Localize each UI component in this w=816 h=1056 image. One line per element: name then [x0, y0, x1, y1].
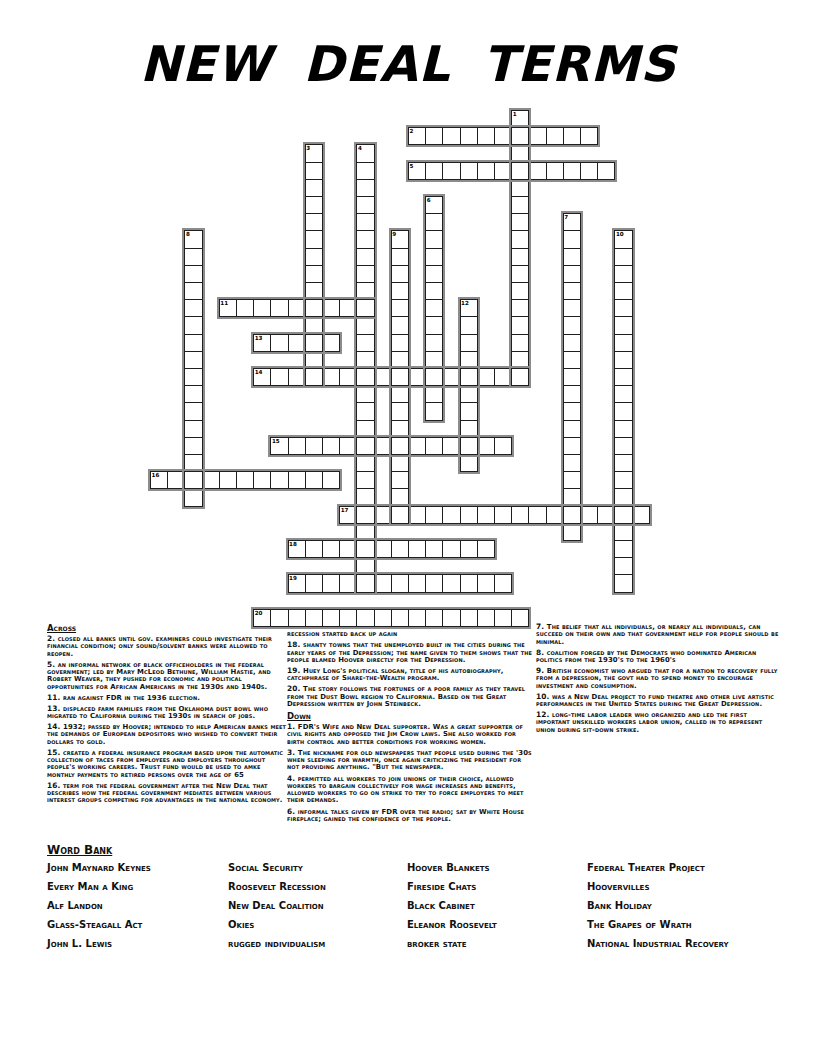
grid-cell[interactable] — [511, 368, 529, 386]
grid-cell[interactable] — [305, 196, 323, 214]
grid-cell[interactable] — [391, 316, 409, 334]
grid-cell[interactable] — [408, 506, 426, 524]
grid-cell[interactable] — [425, 265, 443, 283]
grid-cell[interactable] — [460, 609, 478, 627]
grid-cell[interactable] — [391, 334, 409, 352]
grid-cell[interactable] — [546, 127, 564, 145]
grid-cell[interactable] — [305, 368, 323, 386]
grid-cell[interactable] — [408, 609, 426, 627]
grid-cell[interactable] — [425, 385, 443, 403]
grid-cell[interactable] — [563, 230, 581, 248]
grid-cell[interactable] — [391, 506, 409, 524]
grid-cell[interactable] — [305, 282, 323, 300]
grid-cell[interactable] — [305, 299, 323, 317]
grid-cell[interactable] — [356, 265, 374, 283]
grid-cell[interactable] — [356, 230, 374, 248]
clue-text: coalition forged by the Democrats who do… — [536, 649, 756, 664]
grid-cell[interactable] — [563, 351, 581, 369]
grid-cell[interactable] — [253, 299, 271, 317]
grid-cell[interactable] — [563, 127, 581, 145]
word-bank-item: Okies — [228, 915, 326, 934]
clue-down-10: 10. was a New Deal project to fund theat… — [536, 693, 782, 709]
grid-cell[interactable] — [460, 299, 478, 317]
grid-cell[interactable] — [597, 506, 615, 524]
grid-cell[interactable] — [425, 196, 443, 214]
grid-cell[interactable] — [322, 471, 340, 489]
grid-cell[interactable] — [374, 574, 392, 592]
grid-cell[interactable] — [356, 540, 374, 558]
grid-cell[interactable] — [442, 540, 460, 558]
grid-cell[interactable] — [184, 265, 202, 283]
grid-cell[interactable] — [408, 437, 426, 455]
grid-cell[interactable] — [202, 471, 220, 489]
grid-cell[interactable] — [460, 420, 478, 438]
grid-cell[interactable] — [477, 127, 495, 145]
grid-cell[interactable] — [305, 213, 323, 231]
grid-cell[interactable] — [477, 506, 495, 524]
clue-across-11: 11. ran against FDR in the 1936 election… — [47, 694, 287, 702]
grid-cell[interactable] — [563, 248, 581, 266]
grid-cell[interactable] — [374, 609, 392, 627]
grid-cell[interactable] — [425, 282, 443, 300]
grid-cell[interactable] — [563, 385, 581, 403]
grid-cell[interactable] — [511, 127, 529, 145]
grid-cell[interactable] — [614, 574, 632, 592]
grid-cell[interactable] — [270, 609, 288, 627]
word-bank-column-1: John Maynard KeynesEvery Man a KingAlf L… — [47, 858, 151, 953]
grid-cell[interactable] — [614, 368, 632, 386]
grid-cell[interactable] — [563, 282, 581, 300]
grid-cell[interactable] — [339, 609, 357, 627]
grid-cell[interactable] — [184, 351, 202, 369]
grid-cell[interactable] — [270, 471, 288, 489]
grid-cell[interactable] — [356, 162, 374, 180]
grid-cell[interactable] — [391, 385, 409, 403]
grid-cell[interactable] — [614, 471, 632, 489]
grid-cell[interactable] — [270, 368, 288, 386]
grid-cell[interactable] — [614, 488, 632, 506]
grid-cell[interactable] — [305, 179, 323, 197]
grid-cell[interactable] — [305, 230, 323, 248]
grid-cell[interactable] — [339, 540, 357, 558]
grid-cell[interactable] — [305, 437, 323, 455]
grid-cell[interactable] — [477, 437, 495, 455]
grid-cell[interactable] — [563, 506, 581, 524]
word-bank-column-4: Federal Theater ProjectHoovervillesBank … — [587, 858, 729, 953]
grid-cell[interactable] — [477, 368, 495, 386]
grid-cell[interactable] — [322, 437, 340, 455]
grid-cell[interactable] — [442, 609, 460, 627]
grid-cell[interactable] — [219, 299, 237, 317]
grid-cell[interactable] — [460, 385, 478, 403]
grid-cell[interactable] — [391, 471, 409, 489]
grid-cell[interactable] — [632, 506, 650, 524]
grid-cell[interactable] — [322, 609, 340, 627]
clue-down-7: 7. The belief that all individuals, or n… — [536, 623, 782, 646]
grid-cell[interactable] — [511, 179, 529, 197]
grid-cell[interactable] — [597, 162, 615, 180]
grid-cell[interactable] — [374, 540, 392, 558]
grid-cell[interactable] — [339, 506, 357, 524]
grid-cell[interactable] — [374, 437, 392, 455]
grid-cell[interactable] — [288, 368, 306, 386]
word-bank-item: Bank Holiday — [587, 896, 729, 915]
grid-cell[interactable] — [563, 523, 581, 541]
grid-cell[interactable] — [494, 368, 512, 386]
grid-cell[interactable] — [356, 248, 374, 266]
grid-cell[interactable] — [460, 368, 478, 386]
grid-cell[interactable] — [425, 299, 443, 317]
grid-cell[interactable] — [425, 540, 443, 558]
word-bank-item: Eleanor Roosevelt — [407, 915, 497, 934]
clue-text: informal talks given by FDR over the rad… — [287, 808, 524, 823]
grid-cell[interactable] — [425, 334, 443, 352]
grid-cell[interactable] — [374, 368, 392, 386]
grid-cell[interactable] — [477, 162, 495, 180]
grid-cell[interactable] — [356, 420, 374, 438]
grid-cell[interactable] — [580, 162, 598, 180]
grid-cell[interactable] — [425, 351, 443, 369]
grid-cell[interactable] — [184, 454, 202, 472]
grid-cell[interactable] — [425, 248, 443, 266]
grid-cell[interactable] — [511, 230, 529, 248]
clue-text: British economist who argued that for a … — [536, 667, 777, 690]
grid-cell[interactable] — [305, 162, 323, 180]
grid-cell[interactable] — [442, 437, 460, 455]
grid-cell[interactable] — [460, 162, 478, 180]
grid-cell[interactable] — [305, 144, 323, 162]
grid-cell[interactable] — [356, 196, 374, 214]
grid-cell[interactable] — [305, 540, 323, 558]
grid-cell[interactable] — [460, 402, 478, 420]
grid-cell[interactable] — [511, 265, 529, 283]
grid-cell[interactable] — [305, 471, 323, 489]
grid-cell[interactable] — [391, 265, 409, 283]
grid-cell[interactable] — [219, 471, 237, 489]
grid-cell[interactable] — [511, 609, 529, 627]
grid-cell[interactable] — [391, 454, 409, 472]
grid-cell[interactable] — [184, 282, 202, 300]
grid-cell[interactable] — [305, 574, 323, 592]
grid-cell[interactable] — [425, 402, 443, 420]
grid-cell[interactable] — [442, 574, 460, 592]
grid-cell[interactable] — [528, 506, 546, 524]
grid-cell[interactable] — [614, 506, 632, 524]
grid-cell[interactable] — [184, 230, 202, 248]
grid-cell[interactable] — [356, 454, 374, 472]
grid-cell[interactable] — [288, 540, 306, 558]
word-bank-item: Black Cabinet — [407, 896, 497, 915]
grid-cell[interactable] — [391, 574, 409, 592]
grid-cell[interactable] — [356, 316, 374, 334]
grid-cell[interactable] — [563, 334, 581, 352]
grid-cell[interactable] — [614, 265, 632, 283]
grid-cell[interactable] — [460, 316, 478, 334]
grid-cell[interactable] — [614, 248, 632, 266]
grid-cell[interactable] — [322, 334, 340, 352]
grid-cell[interactable] — [511, 162, 529, 180]
grid-cell[interactable] — [460, 437, 478, 455]
word-bank-item: Glass-Steagall Act — [47, 915, 151, 934]
grid-cell[interactable] — [494, 127, 512, 145]
grid-cell[interactable] — [288, 471, 306, 489]
grid-cell[interactable] — [356, 144, 374, 162]
grid-cell[interactable] — [391, 248, 409, 266]
grid-cell[interactable] — [563, 437, 581, 455]
grid-cell[interactable] — [305, 334, 323, 352]
grid-cell[interactable] — [339, 368, 357, 386]
grid-cell[interactable] — [391, 540, 409, 558]
grid-cell[interactable] — [184, 299, 202, 317]
grid-cell[interactable] — [614, 334, 632, 352]
grid-cell[interactable] — [614, 299, 632, 317]
grid-cell[interactable] — [425, 506, 443, 524]
grid-cell[interactable] — [408, 162, 426, 180]
grid-cell[interactable] — [270, 437, 288, 455]
grid-cell[interactable] — [391, 368, 409, 386]
across-header: Across — [47, 623, 287, 633]
grid-cell[interactable] — [511, 299, 529, 317]
grid-cell[interactable] — [184, 248, 202, 266]
clue-across-16: 16. term for the federal government afte… — [47, 782, 287, 805]
grid-cell[interactable] — [305, 316, 323, 334]
grid-cell[interactable] — [184, 437, 202, 455]
grid-cell[interactable] — [391, 299, 409, 317]
grid-cell[interactable] — [442, 368, 460, 386]
grid-cell[interactable] — [391, 437, 409, 455]
grid-cell[interactable] — [167, 471, 185, 489]
grid-cell[interactable] — [546, 162, 564, 180]
grid-cell[interactable] — [528, 162, 546, 180]
grid-cell[interactable] — [614, 230, 632, 248]
clue-down-9: 9. British economist who argued that for… — [536, 667, 782, 690]
grid-cell[interactable] — [460, 127, 478, 145]
grid-cell[interactable] — [391, 488, 409, 506]
grid-cell[interactable] — [494, 574, 512, 592]
grid-cell[interactable] — [614, 316, 632, 334]
clue-text: was a New Deal project to fund theatre a… — [536, 693, 774, 708]
clues-column-3: 7. The belief that all individuals, or n… — [536, 623, 782, 737]
grid-cell[interactable] — [356, 437, 374, 455]
grid-cell[interactable] — [460, 454, 478, 472]
grid-cell[interactable] — [511, 282, 529, 300]
grid-cell[interactable] — [425, 368, 443, 386]
grid-cell[interactable] — [391, 609, 409, 627]
grid-cell[interactable] — [511, 316, 529, 334]
clues-column-2: 17. when FDR started to take away some o… — [287, 623, 535, 826]
grid-cell[interactable] — [425, 230, 443, 248]
grid-cell[interactable] — [356, 385, 374, 403]
grid-cell[interactable] — [356, 299, 374, 317]
grid-cell[interactable] — [477, 540, 495, 558]
grid-cell[interactable] — [511, 110, 529, 128]
grid-cell[interactable] — [184, 334, 202, 352]
grid-cell[interactable] — [614, 402, 632, 420]
grid-cell[interactable] — [563, 420, 581, 438]
grid-cell[interactable] — [563, 368, 581, 386]
grid-cell[interactable] — [460, 334, 478, 352]
word-bank-item: Every Man a King — [47, 877, 151, 896]
grid-cell[interactable] — [356, 282, 374, 300]
grid-cell[interactable] — [236, 471, 254, 489]
grid-cell[interactable] — [614, 557, 632, 575]
grid-cell[interactable] — [425, 127, 443, 145]
grid-cell[interactable] — [408, 574, 426, 592]
grid-cell[interactable] — [391, 420, 409, 438]
grid-cell[interactable] — [322, 299, 340, 317]
grid-cell[interactable] — [288, 574, 306, 592]
grid-cell[interactable] — [614, 420, 632, 438]
grid-cell[interactable] — [563, 316, 581, 334]
grid-cell[interactable] — [425, 213, 443, 231]
grid-cell[interactable] — [460, 351, 478, 369]
down-header: Down — [287, 711, 535, 721]
grid-cell[interactable] — [425, 574, 443, 592]
grid-cell[interactable] — [425, 609, 443, 627]
clue-across-20: 20. The story follows the fortunes of a … — [287, 685, 535, 708]
clue-text: closed all banks until gov. examiners co… — [47, 635, 272, 658]
grid-cell[interactable] — [288, 609, 306, 627]
grid-cell[interactable] — [322, 368, 340, 386]
grid-cell[interactable] — [356, 574, 374, 592]
word-bank-column-3: Hoover BlanketsFireside ChatsBlack Cabin… — [407, 858, 497, 953]
grid-cell[interactable] — [460, 574, 478, 592]
grid-cell[interactable] — [442, 127, 460, 145]
grid-cell[interactable] — [528, 127, 546, 145]
grid-cell[interactable] — [408, 540, 426, 558]
grid-cell[interactable] — [236, 299, 254, 317]
grid-cell[interactable] — [150, 471, 168, 489]
clue-down-6: 6. informal talks given by FDR over the … — [287, 808, 535, 824]
grid-cell[interactable] — [563, 488, 581, 506]
grid-cell[interactable] — [546, 506, 564, 524]
grid-cell[interactable] — [511, 506, 529, 524]
grid-cell[interactable] — [356, 506, 374, 524]
grid-cell[interactable] — [184, 368, 202, 386]
grid-cell[interactable] — [442, 162, 460, 180]
grid-cell[interactable] — [356, 471, 374, 489]
grid-cell[interactable] — [339, 437, 357, 455]
grid-cell[interactable] — [184, 385, 202, 403]
grid-cell[interactable] — [494, 609, 512, 627]
grid-cell[interactable] — [184, 420, 202, 438]
grid-cell[interactable] — [391, 351, 409, 369]
grid-cell[interactable] — [511, 248, 529, 266]
grid-cell[interactable] — [356, 488, 374, 506]
grid-cell[interactable] — [460, 540, 478, 558]
grid-cell[interactable] — [614, 351, 632, 369]
grid-cell[interactable] — [305, 248, 323, 266]
grid-cell[interactable] — [253, 471, 271, 489]
grid-cell[interactable] — [253, 334, 271, 352]
grid-cell[interactable] — [356, 402, 374, 420]
grid-cell[interactable] — [477, 574, 495, 592]
grid-cell[interactable] — [270, 334, 288, 352]
grid-cell[interactable] — [184, 402, 202, 420]
clue-text: shanty towns that the unemployed built i… — [287, 641, 532, 664]
grid-cell[interactable] — [494, 162, 512, 180]
grid-cell[interactable] — [356, 557, 374, 575]
clue-across-5: 5. an informal network of black officeho… — [47, 661, 287, 691]
grid-cell[interactable] — [339, 299, 357, 317]
grid-cell[interactable] — [408, 368, 426, 386]
grid-cell[interactable] — [356, 334, 374, 352]
clue-down-4: 4. permitted all workers to join unions … — [287, 775, 535, 805]
grid-cell[interactable] — [460, 506, 478, 524]
clue-across-2: 2. closed all banks until gov. examiners… — [47, 635, 287, 658]
grid-cell[interactable] — [477, 609, 495, 627]
grid-cell[interactable] — [253, 609, 271, 627]
grid-cell[interactable] — [614, 282, 632, 300]
grid-cell[interactable] — [184, 488, 202, 506]
grid-cell[interactable] — [184, 471, 202, 489]
grid-cell[interactable] — [511, 196, 529, 214]
grid-cell[interactable] — [614, 437, 632, 455]
grid-cell[interactable] — [288, 334, 306, 352]
grid-cell[interactable] — [494, 506, 512, 524]
grid-cell[interactable] — [442, 506, 460, 524]
grid-cell[interactable] — [614, 523, 632, 541]
grid-cell[interactable] — [614, 540, 632, 558]
grid-cell[interactable] — [563, 471, 581, 489]
grid-cell[interactable] — [356, 179, 374, 197]
grid-cell[interactable] — [511, 351, 529, 369]
grid-cell[interactable] — [425, 316, 443, 334]
clue-down-8: 8. coalition forged by the Democrats who… — [536, 649, 782, 665]
grid-cell[interactable] — [305, 609, 323, 627]
grid-cell[interactable] — [356, 213, 374, 231]
grid-cell[interactable] — [563, 162, 581, 180]
grid-cell[interactable] — [305, 351, 323, 369]
grid-cell[interactable] — [563, 299, 581, 317]
grid-cell[interactable] — [563, 454, 581, 472]
grid-cell[interactable] — [425, 162, 443, 180]
grid-cell[interactable] — [494, 437, 512, 455]
grid-cell[interactable] — [511, 213, 529, 231]
grid-cell[interactable] — [184, 316, 202, 334]
grid-cell[interactable] — [580, 127, 598, 145]
grid-cell[interactable] — [511, 334, 529, 352]
grid-cell[interactable] — [563, 402, 581, 420]
grid-cell[interactable] — [339, 574, 357, 592]
grid-cell[interactable] — [356, 609, 374, 627]
grid-cell[interactable] — [322, 540, 340, 558]
word-bank-item: Federal Theater Project — [587, 858, 729, 877]
grid-cell[interactable] — [288, 437, 306, 455]
clue-text: 1932; passed by Hoover; intended to help… — [47, 723, 286, 746]
grid-cell[interactable] — [391, 230, 409, 248]
grid-cell[interactable] — [356, 368, 374, 386]
grid-cell[interactable] — [391, 402, 409, 420]
grid-cell[interactable] — [356, 351, 374, 369]
grid-cell[interactable] — [511, 144, 529, 162]
grid-cell[interactable] — [425, 437, 443, 455]
grid-cell[interactable] — [374, 506, 392, 524]
grid-cell[interactable] — [580, 506, 598, 524]
grid-cell[interactable] — [563, 213, 581, 231]
grid-cell[interactable] — [614, 454, 632, 472]
grid-cell[interactable] — [614, 385, 632, 403]
grid-cell[interactable] — [288, 299, 306, 317]
grid-cell[interactable] — [322, 574, 340, 592]
grid-cell[interactable] — [305, 265, 323, 283]
grid-cell[interactable] — [408, 127, 426, 145]
grid-cell[interactable] — [356, 523, 374, 541]
grid-cell[interactable] — [563, 265, 581, 283]
grid-cell[interactable] — [253, 368, 271, 386]
grid-cell[interactable] — [270, 299, 288, 317]
grid-cell[interactable] — [391, 282, 409, 300]
